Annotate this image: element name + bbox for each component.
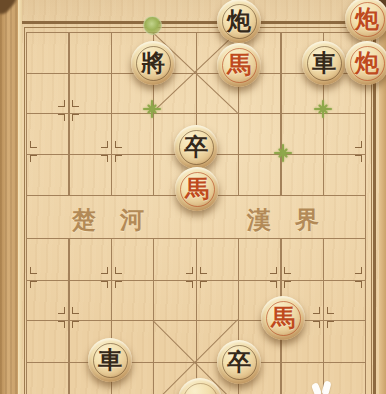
- grid-line: [280, 32, 281, 195]
- grid-line: [196, 238, 197, 394]
- piece-glyph: 卒: [184, 135, 208, 159]
- piece-glyph: 炮: [355, 51, 379, 75]
- piece-glyph: 炮: [355, 7, 379, 31]
- piece-glyph: 車: [312, 51, 336, 75]
- piece-車-black[interactable]: 車: [302, 41, 346, 85]
- grid-line: [26, 32, 27, 394]
- river-label-left: 楚河: [72, 204, 168, 236]
- piece-glyph: 馬: [227, 53, 251, 77]
- piece-glyph: 車: [98, 348, 122, 372]
- xiangqi-board-screen: 炮炮將馬車炮卒馬馬車卒 楚河 漢界: [0, 0, 386, 394]
- piece-glyph: 將: [141, 51, 165, 75]
- piece-炮-red[interactable]: 炮: [345, 41, 386, 85]
- piece-馬-red[interactable]: 馬: [217, 43, 261, 87]
- grid-line: [365, 32, 366, 394]
- grid-line: [323, 238, 324, 394]
- river-label-right: 漢界: [247, 204, 343, 236]
- piece-glyph: 馬: [185, 177, 209, 201]
- grid-line: [111, 32, 112, 195]
- piece-將-black[interactable]: 將: [131, 41, 175, 85]
- piece-glyph: 炮: [227, 9, 251, 33]
- board-frame-left-ridge: [18, 0, 22, 394]
- piece-炮-red[interactable]: 炮: [345, 0, 386, 41]
- piece-炮-black[interactable]: 炮: [217, 0, 261, 43]
- move-origin-dot: [143, 16, 162, 35]
- piece-馬-red[interactable]: 馬: [175, 167, 219, 211]
- piece-glyph: 馬: [271, 306, 295, 330]
- board-frame-left: [0, 0, 18, 394]
- grid-line: [153, 238, 154, 394]
- piece-卒-black[interactable]: 卒: [217, 340, 261, 384]
- piece-glyph: 卒: [227, 350, 251, 374]
- grid-line: [68, 32, 69, 195]
- piece-卒-black[interactable]: 卒: [174, 125, 218, 169]
- grid-line: [68, 238, 69, 394]
- piece-車-black[interactable]: 車: [88, 338, 132, 382]
- piece-馬-red[interactable]: 馬: [261, 296, 305, 340]
